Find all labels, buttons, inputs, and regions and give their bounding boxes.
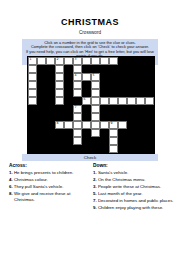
grid-cell[interactable] <box>91 129 100 137</box>
grid-block <box>145 73 154 81</box>
down-header: Down: <box>93 163 175 169</box>
grid-block <box>118 81 127 89</box>
grid-cell[interactable]: 2 <box>55 57 64 65</box>
grid-block <box>28 105 37 113</box>
grid-block <box>37 105 46 113</box>
grid-cell[interactable] <box>55 65 64 73</box>
grid-block <box>145 81 154 89</box>
grid-block <box>136 113 145 121</box>
grid-block <box>100 137 109 145</box>
clue-number: 9 <box>110 122 117 126</box>
grid-block <box>37 129 46 137</box>
check-button[interactable]: Check <box>22 154 158 161</box>
grid-block <box>46 121 55 129</box>
grid-cell[interactable] <box>46 57 55 65</box>
grid-block <box>136 73 145 81</box>
clue-item: 1. He brings presents to children. <box>9 170 89 176</box>
grid-cell[interactable]: 6 <box>82 97 91 105</box>
grid-block <box>37 73 46 81</box>
grid-cell[interactable] <box>118 97 127 105</box>
clue-item: 7. Decorated in homes and public places. <box>93 198 175 204</box>
grid-block <box>37 113 46 121</box>
grid-cell[interactable]: 5 <box>91 73 100 81</box>
grid-block <box>145 65 154 73</box>
grid-cell[interactable] <box>28 73 37 81</box>
grid-cell[interactable] <box>73 89 82 97</box>
clue-number: 4 <box>74 74 81 78</box>
grid-block <box>28 145 37 153</box>
grid-cell[interactable] <box>28 65 37 73</box>
grid-cell[interactable] <box>73 129 82 137</box>
clue-number: 3 <box>74 58 81 62</box>
grid-block <box>127 129 136 137</box>
grid-cell[interactable] <box>28 81 37 89</box>
grid-block <box>118 89 127 97</box>
grid-block <box>109 89 118 97</box>
clue-number: 6 <box>83 98 90 102</box>
grid-cell[interactable] <box>109 129 118 137</box>
grid-block <box>46 105 55 113</box>
grid-block <box>37 137 46 145</box>
clue-item: 4. Christmas colour. <box>9 177 89 183</box>
page-subtitle: Crossword <box>0 30 180 35</box>
clue-number: 5 <box>92 74 99 78</box>
across-clues: Across: 1. He brings presents to childre… <box>9 163 89 204</box>
grid-cell[interactable] <box>73 65 82 73</box>
grid-block <box>127 81 136 89</box>
grid-block <box>37 121 46 129</box>
grid-cell[interactable]: 4 <box>73 73 82 81</box>
grid-block <box>64 137 73 145</box>
grid-block <box>82 137 91 145</box>
grid-block <box>145 57 154 65</box>
grid-block <box>127 105 136 113</box>
grid-cell[interactable]: 3 <box>73 57 82 65</box>
grid-cell[interactable] <box>109 145 118 153</box>
grid-cell[interactable] <box>64 121 73 129</box>
grid-cell[interactable] <box>145 97 154 105</box>
grid-block <box>82 89 91 97</box>
grid-block <box>127 121 136 129</box>
grid-block <box>91 137 100 145</box>
grid-block <box>136 57 145 65</box>
grid-block <box>37 89 46 97</box>
clue-number: 7 <box>74 106 81 110</box>
grid-block <box>100 89 109 97</box>
grid-block <box>145 105 154 113</box>
grid-cell[interactable] <box>82 73 91 81</box>
grid-block <box>145 89 154 97</box>
grid-cell[interactable] <box>28 97 37 105</box>
grid-block <box>46 137 55 145</box>
grid-cell[interactable]: 8 <box>55 121 64 129</box>
grid-block <box>136 89 145 97</box>
grid-block <box>46 97 55 105</box>
grid-cell[interactable] <box>28 89 37 97</box>
grid-block <box>118 129 127 137</box>
grid-block <box>118 65 127 73</box>
grid-cell[interactable] <box>55 89 64 97</box>
grid-cell[interactable] <box>55 81 64 89</box>
grid-block <box>118 137 127 145</box>
grid-block <box>136 145 145 153</box>
clue-item: 9. Children enjoy playing with these. <box>93 205 175 211</box>
clue-number: 2 <box>56 58 63 62</box>
grid-block <box>127 89 136 97</box>
grid-block <box>109 65 118 73</box>
grid-cell[interactable] <box>100 57 109 65</box>
grid-cell[interactable]: 1 <box>28 57 37 65</box>
grid-block <box>109 73 118 81</box>
grid-block <box>145 145 154 153</box>
grid-cell[interactable] <box>109 137 118 145</box>
grid-block <box>28 129 37 137</box>
clue-item: 2. On the Christmas menu. <box>93 177 175 183</box>
grid-cell[interactable] <box>82 121 91 129</box>
grid-block <box>82 65 91 73</box>
grid-block <box>28 113 37 121</box>
grid-block <box>109 105 118 113</box>
across-header: Across: <box>9 163 89 169</box>
grid-block <box>127 57 136 65</box>
grid-cell[interactable] <box>37 57 46 65</box>
grid-cell[interactable] <box>109 97 118 105</box>
clue-item: 3. People write these at Christmas. <box>93 184 175 190</box>
grid-cell[interactable] <box>91 81 100 89</box>
grid-block <box>145 113 154 121</box>
grid-cell[interactable] <box>82 57 91 65</box>
grid-block <box>127 113 136 121</box>
grid-block <box>64 97 73 105</box>
grid-cell[interactable]: 7 <box>73 105 82 113</box>
clue-number: 8 <box>56 122 63 126</box>
grid-block <box>100 81 109 89</box>
grid-block <box>64 113 73 121</box>
grid-block <box>64 73 73 81</box>
grid-block <box>136 105 145 113</box>
grid-block <box>145 121 154 129</box>
grid-block <box>118 105 127 113</box>
grid-block <box>127 145 136 153</box>
grid-block <box>127 137 136 145</box>
grid-block <box>46 65 55 73</box>
grid-block <box>64 129 73 137</box>
grid-block <box>55 105 64 113</box>
worksheet-page: CHRISTMAS Crossword Click on a number in… <box>0 0 180 256</box>
grid-block <box>73 145 82 153</box>
grid-block <box>46 81 55 89</box>
grid-block <box>55 113 64 121</box>
grid-block <box>46 129 55 137</box>
grid-block <box>82 129 91 137</box>
grid-cell[interactable] <box>127 97 136 105</box>
grid-block <box>64 81 73 89</box>
grid-block <box>46 73 55 81</box>
grid-cell[interactable] <box>91 113 100 121</box>
crossword-grid: 123456789 <box>28 57 154 153</box>
grid-block <box>100 105 109 113</box>
grid-block <box>37 65 46 73</box>
grid-cell[interactable] <box>109 57 118 65</box>
grid-cell[interactable] <box>55 97 64 105</box>
grid-block <box>91 65 100 73</box>
grid-block <box>136 129 145 137</box>
grid-block <box>118 73 127 81</box>
grid-block <box>64 65 73 73</box>
grid-block <box>55 129 64 137</box>
grid-block <box>82 113 91 121</box>
grid-block <box>91 145 100 153</box>
grid-cell[interactable] <box>73 121 82 129</box>
grid-cell[interactable] <box>73 113 82 121</box>
grid-cell[interactable] <box>64 57 73 65</box>
clue-item: 8. We give and receive these at Christma… <box>9 191 89 202</box>
grid-block <box>82 145 91 153</box>
grid-block <box>100 145 109 153</box>
clue-item: 6. They pull Santa's vehicle. <box>9 184 89 190</box>
clue-number: 1 <box>29 58 36 62</box>
grid-block <box>118 113 127 121</box>
clue-item: 5. Last month of the year. <box>93 191 175 197</box>
grid-block <box>46 89 55 97</box>
grid-cell[interactable] <box>91 97 100 105</box>
grid-block <box>28 137 37 145</box>
grid-block <box>37 81 46 89</box>
grid-cell[interactable] <box>91 105 100 113</box>
grid-block <box>82 105 91 113</box>
grid-block <box>127 73 136 81</box>
grid-block <box>46 145 55 153</box>
grid-cell[interactable] <box>73 81 82 89</box>
grid-block <box>46 113 55 121</box>
grid-cell[interactable] <box>55 73 64 81</box>
grid-block <box>82 81 91 89</box>
grid-cell[interactable] <box>118 121 127 129</box>
grid-cell[interactable] <box>91 121 100 129</box>
down-clues: Down: 1. Santa's vehicle.2. On the Chris… <box>93 163 175 212</box>
grid-block <box>145 137 154 145</box>
grid-cell[interactable] <box>100 121 109 129</box>
grid-block <box>55 145 64 153</box>
grid-block <box>136 137 145 145</box>
grid-block <box>109 113 118 121</box>
grid-block <box>127 65 136 73</box>
grid-block <box>28 121 37 129</box>
grid-block <box>118 57 127 65</box>
grid-block <box>145 129 154 137</box>
grid-block <box>64 89 73 97</box>
grid-block <box>100 65 109 73</box>
grid-cell[interactable] <box>136 97 145 105</box>
crossword-grid-frame: 123456789 <box>27 56 155 154</box>
grid-block <box>118 145 127 153</box>
grid-cell[interactable]: 9 <box>109 121 118 129</box>
grid-block <box>100 73 109 81</box>
grid-block <box>136 65 145 73</box>
grid-block <box>136 121 145 129</box>
grid-block <box>37 97 46 105</box>
grid-block <box>55 137 64 145</box>
grid-block <box>100 129 109 137</box>
grid-block <box>109 81 118 89</box>
grid-block <box>136 81 145 89</box>
grid-block <box>100 113 109 121</box>
grid-block <box>64 105 73 113</box>
page-title: CHRISTMAS <box>0 17 180 27</box>
grid-cell[interactable] <box>91 57 100 65</box>
grid-block <box>64 145 73 153</box>
grid-cell[interactable] <box>91 89 100 97</box>
grid-block <box>37 145 46 153</box>
grid-cell[interactable] <box>100 97 109 105</box>
clue-item: 1. Santa's vehicle. <box>93 170 175 176</box>
grid-cell[interactable] <box>73 137 82 145</box>
grid-block <box>73 97 82 105</box>
